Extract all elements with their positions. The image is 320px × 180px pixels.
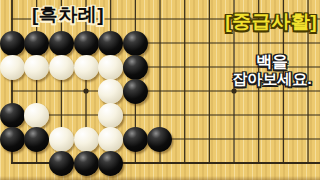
intersection-c7-r1[interactable] <box>148 7 173 31</box>
intersection-c9-r6[interactable] <box>197 127 222 151</box>
intersection-c3-r3[interactable] <box>49 55 74 79</box>
intersection-c7-r3[interactable] <box>148 55 173 79</box>
intersection-c10-r6[interactable] <box>222 127 247 151</box>
white-stone <box>24 103 49 128</box>
white-stone <box>49 127 74 152</box>
black-stone <box>74 31 99 56</box>
intersection-c1-r1[interactable] <box>0 7 24 31</box>
intersection-c2-r6[interactable] <box>24 127 49 151</box>
intersection-c11-r7[interactable] <box>246 151 271 175</box>
intersection-c3-r4[interactable] <box>49 79 74 103</box>
white-stone <box>0 55 25 80</box>
intersection-c12-r6[interactable] <box>271 127 296 151</box>
intersection-c7-r4[interactable] <box>148 79 173 103</box>
intersection-c5-r3[interactable] <box>98 55 123 79</box>
white-stone <box>74 55 99 80</box>
white-stone <box>98 79 123 104</box>
black-stone <box>49 151 74 176</box>
black-stone <box>0 31 25 56</box>
problem-instruction: 백을 잡아보세요. <box>224 53 320 87</box>
instruction-line-2: 잡아보세요. <box>224 70 320 87</box>
white-stone <box>98 55 123 80</box>
intersection-c8-r5[interactable] <box>172 103 197 127</box>
intersection-c8-r2[interactable] <box>172 31 197 55</box>
intersection-c12-r7[interactable] <box>271 151 296 175</box>
intersection-c5-r4[interactable] <box>98 79 123 103</box>
intersection-c6-r5[interactable] <box>123 103 148 127</box>
intersection-c9-r2[interactable] <box>197 31 222 55</box>
intersection-c7-r5[interactable] <box>148 103 173 127</box>
intersection-c8-r6[interactable] <box>172 127 197 151</box>
intersection-c1-r3[interactable] <box>0 55 24 79</box>
intersection-c7-r6[interactable] <box>148 127 173 151</box>
intersection-c6-r3[interactable] <box>123 55 148 79</box>
black-stone <box>49 31 74 56</box>
intersection-c6-r4[interactable] <box>123 79 148 103</box>
intersection-c4-r2[interactable] <box>74 31 99 55</box>
intersection-c3-r2[interactable] <box>49 31 74 55</box>
intersection-c8-r7[interactable] <box>172 151 197 175</box>
intersection-c5-r5[interactable] <box>98 103 123 127</box>
intersection-c2-r3[interactable] <box>24 55 49 79</box>
intersection-c3-r6[interactable] <box>49 127 74 151</box>
intersection-c6-r6[interactable] <box>123 127 148 151</box>
intersection-c9-r5[interactable] <box>197 103 222 127</box>
intersection-c4-r6[interactable] <box>74 127 99 151</box>
intersection-c4-r4[interactable] <box>74 79 99 103</box>
intersection-c4-r5[interactable] <box>74 103 99 127</box>
black-stone <box>24 127 49 152</box>
intersection-c3-r7[interactable] <box>49 151 74 175</box>
black-stone <box>123 31 148 56</box>
black-stone <box>98 151 123 176</box>
intersection-c7-r7[interactable] <box>148 151 173 175</box>
intersection-c11-r6[interactable] <box>246 127 271 151</box>
intersection-c4-r7[interactable] <box>74 151 99 175</box>
black-stone <box>24 31 49 56</box>
intersection-c1-r5[interactable] <box>0 103 24 127</box>
intersection-c4-r3[interactable] <box>74 55 99 79</box>
intersection-c11-r5[interactable] <box>246 103 271 127</box>
intersection-c9-r1[interactable] <box>197 7 222 31</box>
intersection-c2-r2[interactable] <box>24 31 49 55</box>
intersection-c1-r4[interactable] <box>0 79 24 103</box>
white-stone <box>98 103 123 128</box>
intersection-c13-r6[interactable] <box>296 127 320 151</box>
intersection-c9-r3[interactable] <box>197 55 222 79</box>
intersection-c6-r1[interactable] <box>123 7 148 31</box>
intersection-c2-r7[interactable] <box>24 151 49 175</box>
black-stone <box>123 79 148 104</box>
black-stone <box>123 55 148 80</box>
intersection-c9-r7[interactable] <box>197 151 222 175</box>
intersection-c7-r2[interactable] <box>148 31 173 55</box>
black-stone <box>0 127 25 152</box>
intersection-c1-r6[interactable] <box>0 127 24 151</box>
intersection-c1-r7[interactable] <box>0 151 24 175</box>
white-stone <box>24 55 49 80</box>
intersection-c9-r4[interactable] <box>197 79 222 103</box>
intersection-c13-r7[interactable] <box>296 151 320 175</box>
intersection-c10-r7[interactable] <box>222 151 247 175</box>
intersection-c5-r6[interactable] <box>98 127 123 151</box>
black-stone <box>98 31 123 56</box>
intersection-c10-r5[interactable] <box>222 103 247 127</box>
instruction-line-1: 백을 <box>224 53 320 70</box>
black-stone <box>74 151 99 176</box>
intersection-c1-r2[interactable] <box>0 31 24 55</box>
intersection-c12-r5[interactable] <box>271 103 296 127</box>
white-stone <box>74 127 99 152</box>
intersection-c6-r7[interactable] <box>123 151 148 175</box>
black-stone <box>123 127 148 152</box>
intersection-c5-r7[interactable] <box>98 151 123 175</box>
intersection-c5-r2[interactable] <box>98 31 123 55</box>
black-to-play-label: [흑차례] <box>32 2 104 28</box>
white-stone <box>98 127 123 152</box>
black-stone <box>147 127 172 152</box>
intersection-c8-r1[interactable] <box>172 7 197 31</box>
intersection-c8-r4[interactable] <box>172 79 197 103</box>
white-stone <box>49 55 74 80</box>
intersection-c13-r5[interactable] <box>296 103 320 127</box>
go-board: [흑차례] [중급사활] 백을 잡아보세요. <box>0 0 320 180</box>
intersection-c2-r4[interactable] <box>24 79 49 103</box>
board-edge-shadow <box>0 176 320 180</box>
intersection-c2-r5[interactable] <box>24 103 49 127</box>
intersection-c6-r2[interactable] <box>123 31 148 55</box>
black-stone <box>0 103 25 128</box>
difficulty-label: [중급사활] <box>225 9 317 35</box>
intersection-c8-r3[interactable] <box>172 55 197 79</box>
intersection-c3-r5[interactable] <box>49 103 74 127</box>
